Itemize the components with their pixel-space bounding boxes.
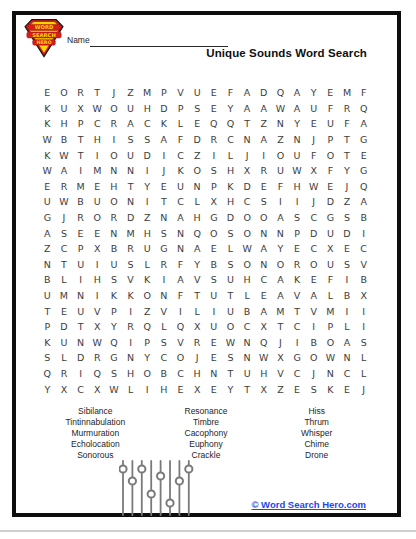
grid-cell: O bbox=[106, 101, 123, 117]
grid-cell: L bbox=[56, 272, 73, 288]
grid-cell: E bbox=[289, 381, 306, 397]
grid-cell: F bbox=[272, 179, 289, 195]
grid-cell: S bbox=[205, 163, 222, 179]
grid-cell: U bbox=[205, 319, 222, 335]
grid-cell: L bbox=[355, 366, 372, 382]
grid-cell: F bbox=[172, 257, 189, 273]
grid-cell: X bbox=[305, 163, 322, 179]
grid-cell: R bbox=[122, 241, 139, 257]
grid-cell: M bbox=[122, 225, 139, 241]
grid-cell: U bbox=[39, 194, 56, 210]
grid-cell: U bbox=[239, 366, 256, 382]
grid-cell: N bbox=[106, 225, 123, 241]
grid-cell: K bbox=[39, 101, 56, 117]
grid-cell: Y bbox=[272, 241, 289, 257]
grid-cell: N bbox=[339, 350, 356, 366]
grid-cell: E bbox=[339, 381, 356, 397]
grid-cell: C bbox=[139, 116, 156, 132]
grid-cell: A bbox=[289, 85, 306, 101]
grid-cell: U bbox=[56, 335, 73, 351]
grid-cell: I bbox=[339, 303, 356, 319]
grid-cell: S bbox=[222, 257, 239, 273]
grid-cell: C bbox=[156, 350, 173, 366]
grid-cell: T bbox=[339, 132, 356, 148]
equalizer-sliders-icon bbox=[119, 459, 195, 519]
grid-cell: O bbox=[106, 147, 123, 163]
word-list-item: Sibilance bbox=[40, 406, 151, 417]
grid-cell: Q bbox=[272, 85, 289, 101]
grid-cell: C bbox=[239, 194, 256, 210]
grid-cell: J bbox=[272, 335, 289, 351]
word-list-item: Hiss bbox=[261, 406, 372, 417]
grid-cell: L bbox=[222, 241, 239, 257]
grid-cell: V bbox=[305, 303, 322, 319]
grid-cell: E bbox=[289, 241, 306, 257]
grid-cell: T bbox=[72, 319, 89, 335]
grid-cell: S bbox=[189, 101, 206, 117]
grid-cell: I bbox=[355, 225, 372, 241]
grid-cell: W bbox=[89, 335, 106, 351]
grid-cell: R bbox=[106, 116, 123, 132]
grid-cell: U bbox=[106, 257, 123, 273]
word-list-item: Thrum bbox=[261, 417, 372, 428]
grid-cell: A bbox=[122, 116, 139, 132]
grid-cell: E bbox=[189, 116, 206, 132]
grid-cell: Z bbox=[39, 241, 56, 257]
grid-cell: M bbox=[139, 85, 156, 101]
grid-cell: U bbox=[89, 194, 106, 210]
grid-cell: Y bbox=[222, 101, 239, 117]
grid-cell: H bbox=[89, 272, 106, 288]
grid-cell: S bbox=[122, 132, 139, 148]
grid-cell: E bbox=[255, 179, 272, 195]
grid-cell: S bbox=[255, 194, 272, 210]
grid-cell: P bbox=[322, 319, 339, 335]
grid-cell: P bbox=[322, 132, 339, 148]
svg-text:SEARCH: SEARCH bbox=[32, 32, 56, 38]
grid-cell: L bbox=[172, 116, 189, 132]
grid-cell: E bbox=[322, 85, 339, 101]
grid-cell: R bbox=[289, 257, 306, 273]
grid-cell: U bbox=[222, 272, 239, 288]
grid-cell: X bbox=[322, 241, 339, 257]
grid-cell: E bbox=[89, 225, 106, 241]
grid-cell: T bbox=[222, 366, 239, 382]
grid-cell: P bbox=[39, 319, 56, 335]
grid-cell: P bbox=[106, 303, 123, 319]
grid-cell: I bbox=[72, 366, 89, 382]
grid-cell: U bbox=[322, 257, 339, 273]
grid-cell: D bbox=[239, 179, 256, 195]
grid-cell: K bbox=[39, 116, 56, 132]
grid-cell: H bbox=[89, 132, 106, 148]
grid-cell: Y bbox=[139, 350, 156, 366]
grid-cell: L bbox=[189, 194, 206, 210]
grid-cell: B bbox=[56, 132, 73, 148]
grid-cell: Q bbox=[189, 225, 206, 241]
word-list-item: Drone bbox=[261, 450, 372, 461]
grid-cell: H bbox=[189, 210, 206, 226]
grid-cell: V bbox=[355, 257, 372, 273]
grid-cell: N bbox=[255, 225, 272, 241]
grid-cell: J bbox=[339, 179, 356, 195]
grid-cell: B bbox=[339, 288, 356, 304]
grid-cell: H bbox=[289, 179, 306, 195]
grid-cell: R bbox=[339, 101, 356, 117]
grid-cell: L bbox=[339, 319, 356, 335]
grid-cell: A bbox=[239, 101, 256, 117]
grid-cell: W bbox=[56, 147, 73, 163]
grid-cell: X bbox=[255, 319, 272, 335]
grid-cell: S bbox=[56, 225, 73, 241]
grid-cell: H bbox=[139, 101, 156, 117]
grid-cell: I bbox=[172, 303, 189, 319]
grid-cell: W bbox=[89, 101, 106, 117]
grid-cell: I bbox=[89, 147, 106, 163]
grid-cell: O bbox=[305, 350, 322, 366]
grid-cell: Q bbox=[205, 116, 222, 132]
grid-cell: X bbox=[56, 381, 73, 397]
svg-text:HERO: HERO bbox=[36, 40, 51, 45]
grid-cell: A bbox=[339, 335, 356, 351]
grid-cell: L bbox=[355, 350, 372, 366]
word-search-hero-logo-icon: WORD SEARCH HERO bbox=[23, 17, 65, 59]
grid-cell: W bbox=[255, 350, 272, 366]
grid-cell: I bbox=[72, 272, 89, 288]
grid-cell: F bbox=[222, 85, 239, 101]
grid-cell: T bbox=[239, 116, 256, 132]
page-bottom-edge bbox=[0, 530, 416, 532]
grid-cell: U bbox=[172, 179, 189, 195]
grid-cell: U bbox=[139, 241, 156, 257]
grid-cell: G bbox=[205, 210, 222, 226]
grid-cell: O bbox=[272, 257, 289, 273]
grid-cell: S bbox=[122, 257, 139, 273]
grid-cell: U bbox=[56, 101, 73, 117]
grid-cell: C bbox=[305, 210, 322, 226]
grid-cell: R bbox=[122, 319, 139, 335]
grid-cell: N bbox=[156, 288, 173, 304]
grid-cell: L bbox=[139, 257, 156, 273]
grid-cell: Z bbox=[255, 116, 272, 132]
grid-cell: R bbox=[205, 132, 222, 148]
grid-cell: F bbox=[322, 272, 339, 288]
word-list-item: Cacophony bbox=[151, 428, 262, 439]
grid-cell: E bbox=[305, 272, 322, 288]
grid-cell: A bbox=[255, 303, 272, 319]
grid-cell: Q bbox=[222, 116, 239, 132]
grid-cell: C bbox=[355, 241, 372, 257]
grid-cell: I bbox=[156, 272, 173, 288]
grid-cell: C bbox=[172, 194, 189, 210]
word-list-item: Whisper bbox=[261, 428, 372, 439]
grid-cell: C bbox=[56, 241, 73, 257]
grid-cell: M bbox=[339, 85, 356, 101]
grid-cell: U bbox=[189, 85, 206, 101]
grid-cell: R bbox=[89, 350, 106, 366]
grid-cell: H bbox=[255, 366, 272, 382]
grid-cell: J bbox=[56, 210, 73, 226]
grid-cell: E bbox=[205, 241, 222, 257]
grid-cell: G bbox=[322, 210, 339, 226]
grid-cell: N bbox=[122, 194, 139, 210]
grid-cell: I bbox=[205, 147, 222, 163]
grid-cell: U bbox=[222, 303, 239, 319]
grid-cell: Z bbox=[272, 132, 289, 148]
grid-cell: O bbox=[255, 210, 272, 226]
grid-cell: D bbox=[305, 225, 322, 241]
grid-cell: L bbox=[239, 288, 256, 304]
grid-cell: E bbox=[205, 350, 222, 366]
grid-cell: W bbox=[106, 381, 123, 397]
grid-cell: R bbox=[106, 210, 123, 226]
grid-cell: N bbox=[172, 225, 189, 241]
word-list-item: Echolocation bbox=[40, 439, 151, 450]
grid-cell: E bbox=[205, 85, 222, 101]
word-list-item: Murmuration bbox=[40, 428, 151, 439]
grid-cell: H bbox=[139, 225, 156, 241]
grid-cell: O bbox=[272, 147, 289, 163]
grid-cell: A bbox=[272, 210, 289, 226]
grid-cell: I bbox=[106, 132, 123, 148]
grid-cell: N bbox=[122, 350, 139, 366]
word-list-item: Euphony bbox=[151, 439, 262, 450]
grid-cell: S bbox=[106, 272, 123, 288]
grid-cell: P bbox=[172, 101, 189, 117]
grid-cell: E bbox=[255, 288, 272, 304]
grid-cell: K bbox=[122, 288, 139, 304]
grid-cell: G bbox=[106, 350, 123, 366]
grid-cell: K bbox=[289, 272, 306, 288]
grid-cell: I bbox=[289, 194, 306, 210]
grid-cell: O bbox=[239, 210, 256, 226]
grid-cell: T bbox=[222, 288, 239, 304]
grid-cell: J bbox=[305, 194, 322, 210]
grid-cell: Q bbox=[39, 366, 56, 382]
grid-cell: D bbox=[339, 225, 356, 241]
grid-cell: A bbox=[272, 288, 289, 304]
grid-cell: Q bbox=[355, 101, 372, 117]
grid-cell: I bbox=[305, 319, 322, 335]
grid-cell: O bbox=[189, 163, 206, 179]
grid-cell: Q bbox=[139, 319, 156, 335]
grid-cell: P bbox=[72, 241, 89, 257]
grid-cell: C bbox=[255, 272, 272, 288]
grid-cell: K bbox=[139, 272, 156, 288]
grid-cell: I bbox=[139, 163, 156, 179]
grid-cell: J bbox=[239, 147, 256, 163]
grid-cell: E bbox=[355, 147, 372, 163]
grid-cell: X bbox=[189, 319, 206, 335]
grid-cell: J bbox=[305, 132, 322, 148]
grid-cell: K bbox=[106, 288, 123, 304]
grid-cell: C bbox=[89, 116, 106, 132]
grid-cell: N bbox=[39, 257, 56, 273]
name-blank-line bbox=[90, 36, 228, 47]
grid-cell: B bbox=[355, 272, 372, 288]
grid-cell: U bbox=[322, 116, 339, 132]
grid-cell: W bbox=[39, 163, 56, 179]
grid-cell: E bbox=[72, 225, 89, 241]
grid-cell: C bbox=[172, 147, 189, 163]
grid-cell: C bbox=[339, 366, 356, 382]
grid-cell: G bbox=[39, 210, 56, 226]
grid-cell: V bbox=[189, 272, 206, 288]
grid-cell: G bbox=[355, 132, 372, 148]
grid-cell: S bbox=[305, 381, 322, 397]
grid-cell: P bbox=[72, 116, 89, 132]
grid-cell: X bbox=[239, 163, 256, 179]
grid-cell: U bbox=[272, 163, 289, 179]
grid-cell: S bbox=[289, 210, 306, 226]
grid-cell: U bbox=[122, 101, 139, 117]
grid-cell: H bbox=[122, 366, 139, 382]
grid-cell: Y bbox=[39, 381, 56, 397]
grid-cell: V bbox=[122, 272, 139, 288]
grid-cell: A bbox=[239, 85, 256, 101]
grid-cell: H bbox=[189, 366, 206, 382]
grid-cell: L bbox=[122, 381, 139, 397]
word-list-item: Timbre bbox=[151, 417, 262, 428]
grid-cell: C bbox=[172, 366, 189, 382]
grid-cell: M bbox=[72, 179, 89, 195]
grid-cell: A bbox=[172, 210, 189, 226]
grid-cell: F bbox=[172, 132, 189, 148]
grid-cell: S bbox=[222, 350, 239, 366]
grid-cell: T bbox=[289, 303, 306, 319]
grid-cell: W bbox=[56, 194, 73, 210]
grid-cell: T bbox=[89, 85, 106, 101]
grid-cell: R bbox=[56, 366, 73, 382]
grid-cell: F bbox=[305, 147, 322, 163]
grid-cell: N bbox=[205, 366, 222, 382]
grid-cell: M bbox=[56, 288, 73, 304]
grid-cell: A bbox=[272, 272, 289, 288]
grid-cell: F bbox=[322, 101, 339, 117]
grid-cell: O bbox=[322, 335, 339, 351]
grid-cell: C bbox=[289, 319, 306, 335]
grid-cell: S bbox=[339, 210, 356, 226]
grid-cell: E bbox=[205, 381, 222, 397]
grid-cell: H bbox=[239, 272, 256, 288]
grid-cell: A bbox=[255, 132, 272, 148]
grid-cell: Y bbox=[289, 116, 306, 132]
grid-cell: P bbox=[205, 179, 222, 195]
word-search-grid: EORTJZMPVUEFADQAYEMFKUXWOUHDPSEYAAWAUFRQ… bbox=[39, 85, 372, 397]
grid-cell: N bbox=[255, 257, 272, 273]
grid-cell: C bbox=[289, 366, 306, 382]
grid-cell: N bbox=[289, 132, 306, 148]
grid-cell: R bbox=[189, 335, 206, 351]
grid-cell: X bbox=[189, 381, 206, 397]
grid-cell: E bbox=[89, 179, 106, 195]
grid-cell: I bbox=[89, 288, 106, 304]
grid-cell: A bbox=[255, 101, 272, 117]
grid-cell: O bbox=[89, 210, 106, 226]
grid-cell: Z bbox=[272, 381, 289, 397]
grid-cell: B bbox=[39, 272, 56, 288]
grid-cell: U bbox=[72, 257, 89, 273]
grid-cell: U bbox=[289, 147, 306, 163]
grid-cell: N bbox=[272, 225, 289, 241]
grid-cell: A bbox=[255, 241, 272, 257]
grid-cell: A bbox=[305, 288, 322, 304]
grid-cell: L bbox=[56, 350, 73, 366]
grid-cell: B bbox=[239, 303, 256, 319]
grid-cell: N bbox=[106, 163, 123, 179]
grid-cell: S bbox=[205, 272, 222, 288]
grid-cell: A bbox=[56, 163, 73, 179]
grid-cell: F bbox=[339, 116, 356, 132]
grid-cell: I bbox=[139, 381, 156, 397]
grid-cell: I bbox=[139, 194, 156, 210]
grid-cell: X bbox=[89, 319, 106, 335]
grid-cell: K bbox=[156, 116, 173, 132]
grid-cell: V bbox=[89, 303, 106, 319]
grid-cell: E bbox=[39, 179, 56, 195]
grid-cell: E bbox=[156, 179, 173, 195]
grid-cell: M bbox=[322, 303, 339, 319]
grid-cell: I bbox=[355, 303, 372, 319]
grid-cell: E bbox=[56, 303, 73, 319]
grid-cell: N bbox=[239, 350, 256, 366]
word-list: SibilanceTintinnabulationMurmurationEcho… bbox=[40, 406, 372, 461]
grid-cell: D bbox=[222, 210, 239, 226]
grid-cell: P bbox=[139, 335, 156, 351]
svg-text:WORD: WORD bbox=[35, 24, 54, 30]
grid-cell: S bbox=[106, 366, 123, 382]
grid-cell: N bbox=[172, 241, 189, 257]
grid-cell: O bbox=[139, 366, 156, 382]
grid-cell: K bbox=[172, 163, 189, 179]
grid-cell: T bbox=[189, 288, 206, 304]
grid-cell: B bbox=[305, 335, 322, 351]
grid-cell: N bbox=[272, 116, 289, 132]
grid-cell: X bbox=[205, 194, 222, 210]
grid-cell: E bbox=[205, 101, 222, 117]
grid-cell: V bbox=[289, 288, 306, 304]
grid-cell: L bbox=[156, 319, 173, 335]
grid-cell: S bbox=[222, 225, 239, 241]
grid-cell: R bbox=[156, 257, 173, 273]
grid-cell: N bbox=[239, 132, 256, 148]
grid-cell: O bbox=[172, 350, 189, 366]
grid-cell: M bbox=[272, 303, 289, 319]
grid-cell: R bbox=[56, 179, 73, 195]
grid-cell: S bbox=[39, 350, 56, 366]
grid-cell: X bbox=[89, 381, 106, 397]
footer-link[interactable]: © Word Search Hero.com bbox=[251, 499, 366, 510]
grid-cell: A bbox=[289, 101, 306, 117]
grid-cell: O bbox=[222, 319, 239, 335]
grid-cell: X bbox=[272, 350, 289, 366]
grid-cell: T bbox=[72, 147, 89, 163]
grid-cell: W bbox=[289, 163, 306, 179]
grid-cell: D bbox=[122, 210, 139, 226]
grid-cell: D bbox=[322, 194, 339, 210]
grid-cell: W bbox=[322, 350, 339, 366]
page-title: Unique Sounds Word Search bbox=[206, 47, 367, 59]
grid-cell: V bbox=[272, 366, 289, 382]
grid-cell: B bbox=[106, 241, 123, 257]
grid-cell: Q bbox=[172, 319, 189, 335]
grid-cell: Z bbox=[139, 303, 156, 319]
word-list-item: Resonance bbox=[151, 406, 262, 417]
grid-cell: I bbox=[289, 335, 306, 351]
grid-cell: S bbox=[156, 335, 173, 351]
grid-cell: C bbox=[305, 241, 322, 257]
grid-cell: G bbox=[156, 241, 173, 257]
